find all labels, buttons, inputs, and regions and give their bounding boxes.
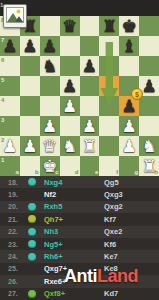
- square-f8[interactable]: ♜: [99, 16, 119, 36]
- square-f1[interactable]: f: [99, 156, 119, 176]
- move-row-18[interactable]: 18.Nxg4Qg5: [0, 176, 159, 188]
- piece-black-rook-f8[interactable]: ♜: [99, 16, 119, 36]
- move-number: 25.: [8, 265, 24, 272]
- square-e8[interactable]: [80, 16, 100, 36]
- piece-black-bishop-g7[interactable]: ♝: [119, 36, 139, 56]
- square-f2[interactable]: [99, 136, 119, 156]
- square-c2[interactable]: ♛: [40, 136, 60, 156]
- square-d4[interactable]: ♟: [60, 96, 80, 116]
- eval-dot-teal: [28, 203, 36, 211]
- file-label-d: d: [75, 169, 79, 175]
- piece-black-pawn-b7[interactable]: ♟: [20, 36, 40, 56]
- eval-dot-teal: [28, 253, 36, 261]
- file-label-f: f: [116, 169, 118, 175]
- square-h3[interactable]: [139, 116, 159, 136]
- white-move[interactable]: Nf2: [44, 190, 56, 199]
- square-f7[interactable]: [99, 36, 119, 56]
- square-c3[interactable]: ♟: [40, 116, 60, 136]
- piece-white-pawn-g3[interactable]: ♟: [119, 116, 139, 136]
- move-number: 18.: [8, 179, 24, 186]
- piece-white-pawn-e3[interactable]: ♟: [80, 116, 100, 136]
- white-move[interactable]: Rh6+: [44, 252, 63, 261]
- eval-dot-teal: [28, 178, 36, 186]
- square-c7[interactable]: ♟: [40, 36, 60, 56]
- piece-black-queen-d8[interactable]: ♛: [60, 16, 80, 36]
- file-label-b: b: [35, 169, 39, 175]
- square-c4[interactable]: [40, 96, 60, 116]
- move-number: 22.: [8, 228, 24, 235]
- square-e3[interactable]: ♟: [80, 116, 100, 136]
- square-e4[interactable]: [80, 96, 100, 116]
- square-a7[interactable]: 7♟: [0, 36, 20, 56]
- piece-black-king-g8[interactable]: ♚: [119, 16, 139, 36]
- white-move[interactable]: Nxg4: [44, 178, 62, 187]
- move-row-19[interactable]: 19.Nf2Qxg3: [0, 188, 159, 200]
- square-b2[interactable]: ♟: [20, 136, 40, 156]
- square-a1[interactable]: 1a: [0, 156, 20, 176]
- move-row-20[interactable]: 20.Rxh5Qxg2: [0, 201, 159, 213]
- rank-label-6: 6: [1, 57, 4, 63]
- square-b6[interactable]: [20, 56, 40, 76]
- square-f4[interactable]: [99, 96, 119, 116]
- square-b7[interactable]: ♟: [20, 36, 40, 56]
- square-h2[interactable]: ♞: [139, 136, 159, 156]
- move-row-21[interactable]: 21.Qh7+Kf7: [0, 213, 159, 225]
- piece-white-rook-e2[interactable]: ♜: [80, 136, 100, 156]
- piece-white-pawn-c3[interactable]: ♟: [40, 116, 60, 136]
- black-move[interactable]: Qg5: [104, 178, 119, 187]
- piece-white-pawn-b2[interactable]: ♟: [20, 136, 40, 156]
- move-number: 24.: [8, 253, 24, 260]
- black-move[interactable]: Kf7: [104, 215, 116, 224]
- file-label-g: g: [134, 169, 138, 175]
- eval-dot-lime: [28, 215, 36, 223]
- black-move[interactable]: Kf6: [104, 240, 116, 249]
- move-row-24[interactable]: 24.Rh6+Ke7: [0, 250, 159, 262]
- eval-dot-teal: [28, 240, 36, 248]
- square-g3[interactable]: ♟: [119, 116, 139, 136]
- piece-black-knight-c6[interactable]: ♞: [40, 56, 60, 76]
- icon-corner-mark: 1: [0, 2, 3, 8]
- rank-label-4: 4: [1, 97, 4, 103]
- piece-white-knight-h2[interactable]: ♞: [139, 136, 159, 156]
- black-move[interactable]: Qxe2: [104, 227, 122, 236]
- move-number: 23.: [8, 241, 24, 248]
- square-g6[interactable]: [119, 56, 139, 76]
- square-g8[interactable]: ♚: [119, 16, 139, 36]
- move-row-23[interactable]: 23.Ng5+Kf6: [0, 238, 159, 250]
- white-move[interactable]: Rxh5: [44, 202, 62, 211]
- square-a6[interactable]: 6: [0, 56, 20, 76]
- square-e7[interactable]: [80, 36, 100, 56]
- move-number: 21.: [8, 216, 24, 223]
- square-d1[interactable]: d: [60, 156, 80, 176]
- logo-land: Land: [97, 266, 138, 286]
- square-h6[interactable]: [139, 56, 159, 76]
- white-move[interactable]: Qh7+: [44, 215, 63, 224]
- piece-white-pawn-g2[interactable]: ♟: [119, 136, 139, 156]
- move-number: 27.: [8, 290, 24, 297]
- square-c8[interactable]: [40, 16, 60, 36]
- file-label-h: h: [154, 169, 158, 175]
- antiland-logo[interactable]: AntiLand: [64, 266, 138, 287]
- square-b5[interactable]: [20, 76, 40, 96]
- rank-label-5: 5: [1, 77, 4, 83]
- square-g2[interactable]: ♟: [119, 136, 139, 156]
- square-e6[interactable]: ♟: [80, 56, 100, 76]
- square-e1[interactable]: e: [80, 156, 100, 176]
- piece-black-pawn-c7[interactable]: ♟: [40, 36, 60, 56]
- square-b1[interactable]: b: [20, 156, 40, 176]
- move-row-27[interactable]: 27.Qxf8+Kd7: [0, 288, 159, 300]
- square-g1[interactable]: g: [119, 156, 139, 176]
- square-h7[interactable]: [139, 36, 159, 56]
- square-b3[interactable]: [20, 116, 40, 136]
- black-move[interactable]: Qxg2: [104, 202, 123, 211]
- square-a4[interactable]: 4: [0, 96, 20, 116]
- black-move[interactable]: Ke7: [104, 252, 118, 261]
- square-d8[interactable]: ♛: [60, 16, 80, 36]
- move-number: 20.: [8, 203, 24, 210]
- piece-black-pawn-e6[interactable]: ♟: [80, 56, 100, 76]
- black-move[interactable]: Qxg3: [104, 190, 123, 199]
- white-move[interactable]: Rxe6+: [44, 277, 66, 286]
- square-d3[interactable]: [60, 116, 80, 136]
- piece-white-pawn-d4[interactable]: ♟: [60, 96, 80, 116]
- file-label-e: e: [95, 169, 98, 175]
- square-c5[interactable]: [40, 76, 60, 96]
- move-number: 19.: [8, 191, 24, 198]
- piece-white-queen-c2[interactable]: ♛: [40, 136, 60, 156]
- square-c1[interactable]: c♚: [40, 156, 60, 176]
- rank-label-2: 2: [1, 137, 4, 143]
- logo-anti: Anti: [64, 266, 97, 286]
- white-move[interactable]: Ng5+: [44, 240, 63, 249]
- piece-white-knight-d2[interactable]: ♞: [60, 136, 80, 156]
- image-glyph: [6, 7, 24, 23]
- square-f3[interactable]: [99, 116, 119, 136]
- square-d2[interactable]: ♞: [60, 136, 80, 156]
- square-h8[interactable]: [139, 16, 159, 36]
- file-label-c: c: [55, 169, 58, 175]
- image-analysis-icon[interactable]: [3, 4, 27, 28]
- rank-label-7: 7: [1, 37, 4, 43]
- square-h4[interactable]: [139, 96, 159, 116]
- coin-icon[interactable]: $: [131, 88, 143, 100]
- square-e2[interactable]: ♜: [80, 136, 100, 156]
- square-f5[interactable]: [99, 76, 119, 96]
- piece-black-pawn-d5[interactable]: ♟: [60, 76, 80, 96]
- square-b4[interactable]: [20, 96, 40, 116]
- square-a5[interactable]: 5: [0, 76, 20, 96]
- eval-dot-teal: [28, 228, 36, 236]
- square-d6[interactable]: [60, 56, 80, 76]
- square-e5[interactable]: [80, 76, 100, 96]
- rank-label-1: 1: [1, 157, 4, 163]
- white-move[interactable]: Qxf8+: [44, 289, 65, 298]
- rank-label-3: 3: [1, 117, 4, 123]
- square-h1[interactable]: h♜: [139, 156, 159, 176]
- square-d7[interactable]: [60, 36, 80, 56]
- file-label-a: a: [16, 169, 19, 175]
- square-c6[interactable]: ♞: [40, 56, 60, 76]
- move-number: 26.: [8, 278, 24, 285]
- eval-dot-green: [28, 290, 36, 298]
- move-row-22[interactable]: 22.Nh3Qxe2: [0, 226, 159, 238]
- chess-app: 1 8♜♛♜♚7♟♟♟♝6♞♟5♟♟4♟♟3♟♟♟2♟♟♛♞♜♟♞1abc♚de…: [0, 0, 159, 300]
- white-move[interactable]: Nh3: [44, 227, 58, 236]
- square-g7[interactable]: ♝: [119, 36, 139, 56]
- square-a2[interactable]: 2♟: [0, 136, 20, 156]
- black-move[interactable]: Kd7: [104, 289, 118, 298]
- square-a3[interactable]: 3: [0, 116, 20, 136]
- square-d5[interactable]: ♟: [60, 76, 80, 96]
- square-f6[interactable]: [99, 56, 119, 76]
